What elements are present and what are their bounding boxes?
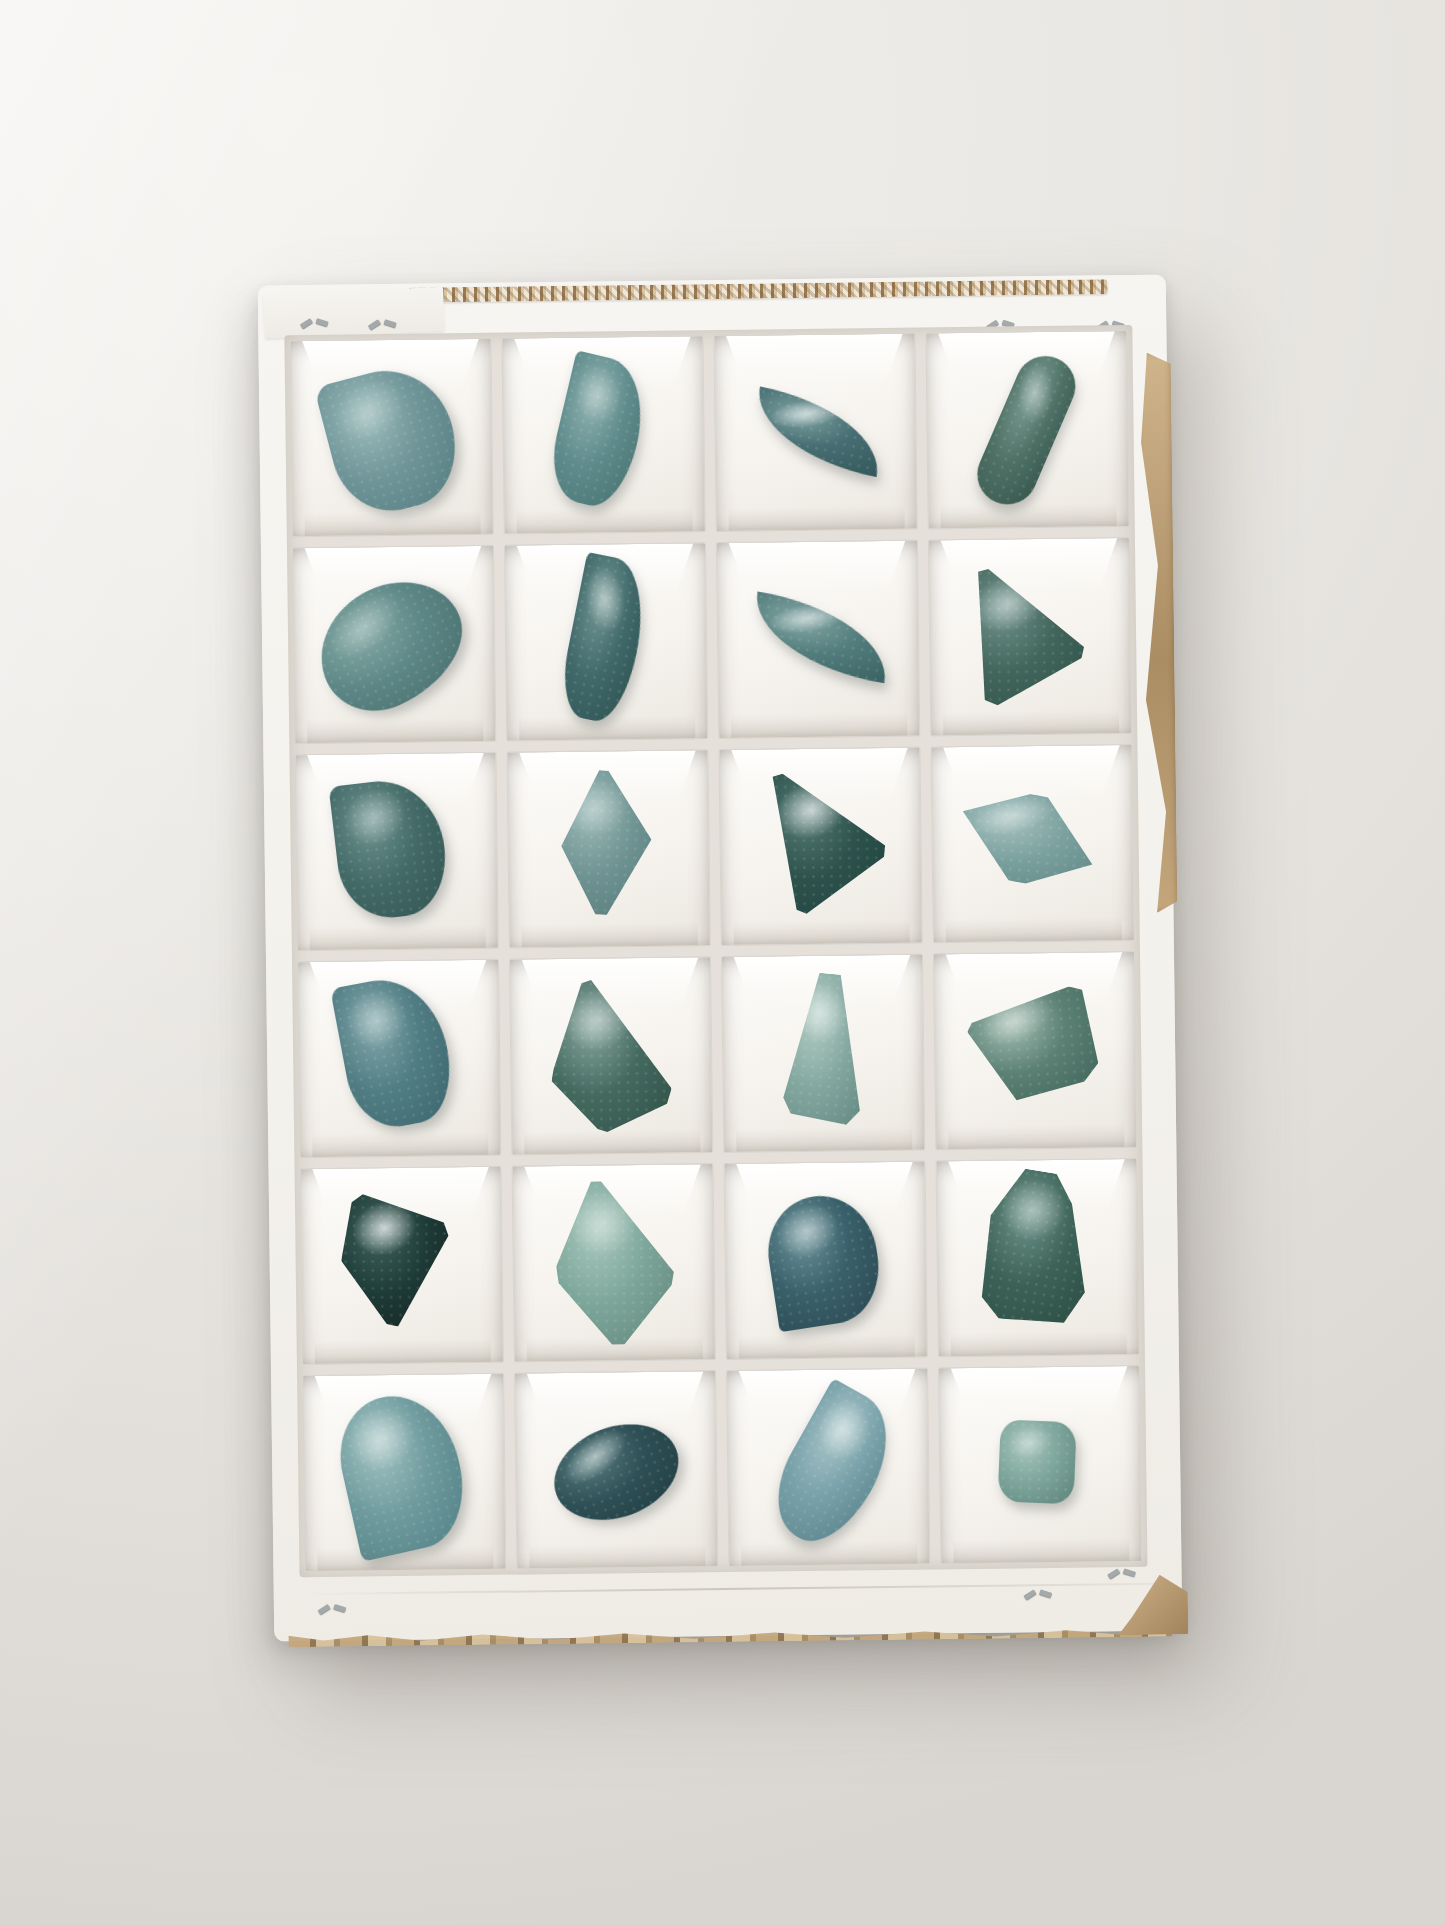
stone-pear — [329, 775, 452, 923]
compartment-r5c3 — [724, 1161, 928, 1360]
compartment-r6c2 — [514, 1370, 718, 1569]
cardboard-flat-box — [258, 275, 1182, 1642]
compartment-r4c4 — [933, 951, 1137, 1150]
compartment-r1c2 — [501, 335, 705, 534]
compartment-r5c1 — [300, 1166, 504, 1365]
staple-marks-icon — [366, 318, 400, 332]
specimen-flat-photo — [0, 0, 1445, 1925]
stone-triangle-down — [763, 772, 889, 914]
stone-rounded-triangle-drop — [314, 357, 470, 524]
stone-freeform-pebble — [300, 560, 483, 728]
compartment-r3c2 — [506, 749, 710, 948]
stone-leaf-lens — [746, 592, 896, 684]
compartment-r1c3 — [713, 333, 917, 532]
stone-rounded-block — [998, 1419, 1077, 1504]
compartment-r4c1 — [297, 959, 501, 1158]
stone-slender-drop-long — [555, 552, 654, 726]
compartment-r2c2 — [504, 542, 708, 741]
compartment-r5c4 — [935, 1158, 1139, 1357]
stone-slender-drop — [543, 351, 655, 514]
staple-marks-icon — [1022, 1588, 1056, 1602]
stone-dark-egg — [541, 1407, 692, 1536]
stone-slim-cone — [776, 970, 878, 1130]
compartment-r3c3 — [718, 747, 922, 946]
torn-cardboard-right — [1137, 352, 1178, 912]
staple-marks-icon — [316, 1603, 350, 1617]
compartment-r4c2 — [509, 956, 713, 1155]
compartment-r2c1 — [292, 545, 496, 744]
stone-sail-drop — [330, 970, 460, 1135]
compartment-r1c1 — [289, 338, 493, 537]
corrugated-edge — [408, 279, 1108, 303]
stone-triangle-right — [958, 568, 1088, 706]
stone-pear-tip-bl — [760, 1188, 886, 1332]
staple-marks-icon — [298, 317, 332, 331]
staple-marks-icon — [1105, 1567, 1139, 1581]
stone-marquise — [747, 387, 889, 478]
stone-big-kite — [555, 1180, 677, 1345]
stone-cone-trapezoid — [972, 1164, 1107, 1332]
compartment-r2c4 — [928, 537, 1132, 736]
stone-triangle-up — [550, 979, 672, 1133]
stone-cone-tip-tl — [757, 1378, 910, 1557]
compartment-r1c4 — [925, 330, 1129, 529]
tray-grid — [284, 325, 1147, 1577]
compartment-r6c4 — [938, 1365, 1142, 1564]
compartment-r3c1 — [294, 752, 498, 951]
compartment-r5c2 — [512, 1163, 716, 1362]
compartment-r2c3 — [716, 540, 920, 739]
torn-cardboard-bottom — [288, 1619, 1172, 1648]
stone-big-drop — [328, 1384, 475, 1562]
compartment-r3c4 — [930, 744, 1134, 943]
stone-kite — [546, 768, 666, 919]
compartment-r4c3 — [721, 954, 925, 1153]
stone-triangle-left — [964, 984, 1101, 1103]
stone-dark-triangle — [340, 1193, 454, 1327]
rim-flap — [263, 287, 445, 338]
stone-wand — [968, 346, 1085, 513]
compartment-r6c3 — [726, 1367, 930, 1566]
stone-parallelogram — [951, 787, 1103, 890]
compartment-r6c1 — [302, 1373, 506, 1572]
